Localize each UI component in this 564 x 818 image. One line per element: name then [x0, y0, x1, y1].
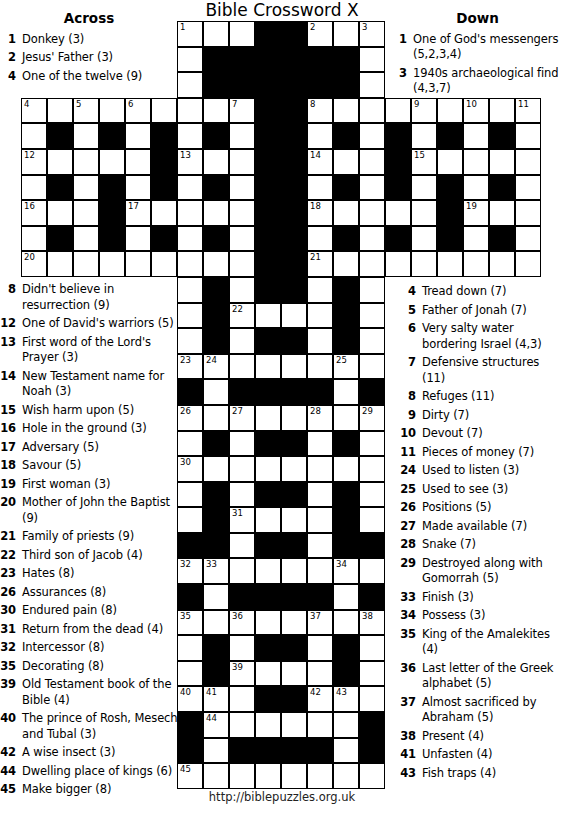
white-cell[interactable] [229, 21, 255, 47]
white-cell[interactable]: 25 [333, 354, 359, 380]
white-cell[interactable] [229, 175, 255, 201]
white-cell[interactable] [359, 328, 385, 354]
white-cell[interactable] [437, 251, 463, 277]
white-cell[interactable] [177, 661, 203, 687]
black-cell [359, 379, 385, 405]
black-cell [333, 175, 359, 201]
clue-text: Used to listen (3) [422, 463, 519, 479]
white-cell[interactable] [307, 456, 333, 482]
black-cell [99, 175, 125, 201]
white-cell[interactable] [177, 175, 203, 201]
white-cell[interactable] [281, 763, 307, 789]
white-cell[interactable] [229, 277, 255, 303]
white-cell[interactable] [489, 251, 515, 277]
white-cell[interactable] [255, 763, 281, 789]
clue-number: 25 [391, 482, 416, 498]
black-cell [489, 175, 515, 201]
white-cell[interactable] [333, 610, 359, 636]
white-cell[interactable] [73, 175, 99, 201]
white-cell[interactable] [229, 251, 255, 277]
white-cell[interactable] [307, 507, 333, 533]
white-cell[interactable] [359, 661, 385, 687]
black-cell [229, 72, 255, 98]
black-cell [333, 123, 359, 149]
down-clues-main: 4Tread down (7)5Father of Jonah (7)6Very… [391, 284, 564, 781]
white-cell[interactable]: 17 [125, 200, 151, 226]
white-cell[interactable] [21, 226, 47, 252]
clue-text: The prince of Rosh, Mesech and Tubal (3) [22, 711, 178, 742]
white-cell[interactable] [359, 507, 385, 533]
white-cell[interactable] [203, 21, 229, 47]
white-cell[interactable] [515, 175, 541, 201]
white-cell[interactable] [151, 200, 177, 226]
cell-number: 32 [180, 559, 191, 569]
white-cell[interactable] [99, 149, 125, 175]
white-cell[interactable]: 42 [307, 686, 333, 712]
black-cell [203, 277, 229, 303]
white-cell[interactable] [73, 251, 99, 277]
clue-text: Refuges (11) [422, 389, 494, 405]
white-cell[interactable]: 6 [125, 98, 151, 124]
white-cell[interactable] [203, 763, 229, 789]
black-cell [151, 175, 177, 201]
white-cell[interactable] [177, 482, 203, 508]
white-cell[interactable] [177, 47, 203, 73]
white-cell[interactable] [177, 328, 203, 354]
white-cell[interactable] [359, 226, 385, 252]
white-cell[interactable] [73, 149, 99, 175]
black-cell [255, 98, 281, 124]
white-cell[interactable]: 19 [463, 200, 489, 226]
white-cell[interactable] [359, 558, 385, 584]
white-cell[interactable] [463, 226, 489, 252]
clue-number: 34 [391, 608, 416, 624]
white-cell[interactable] [229, 712, 255, 738]
black-cell [255, 328, 281, 354]
clue-text: Endured pain (8) [22, 603, 117, 619]
cell-number: 14 [310, 150, 321, 160]
white-cell[interactable] [203, 738, 229, 764]
white-cell[interactable] [21, 123, 47, 149]
white-cell[interactable] [99, 251, 125, 277]
cell-number: 18 [310, 201, 321, 211]
white-cell[interactable] [515, 200, 541, 226]
white-cell[interactable]: 27 [229, 405, 255, 431]
black-cell [333, 47, 359, 73]
white-cell[interactable]: 12 [21, 149, 47, 175]
white-cell[interactable] [281, 558, 307, 584]
black-cell [177, 379, 203, 405]
white-cell[interactable] [229, 686, 255, 712]
white-cell[interactable]: 28 [307, 405, 333, 431]
white-cell[interactable] [229, 354, 255, 380]
white-cell[interactable] [125, 226, 151, 252]
white-cell[interactable] [281, 610, 307, 636]
white-cell[interactable] [203, 149, 229, 175]
white-cell[interactable] [515, 226, 541, 252]
clue-text: Hates (8) [22, 566, 74, 582]
white-cell[interactable] [333, 251, 359, 277]
white-cell[interactable] [307, 354, 333, 380]
black-cell [177, 712, 203, 738]
white-cell[interactable] [333, 712, 359, 738]
white-cell[interactable] [307, 558, 333, 584]
white-cell[interactable]: 11 [515, 98, 541, 124]
white-cell[interactable] [281, 456, 307, 482]
white-cell[interactable]: 9 [411, 98, 437, 124]
black-cell [255, 200, 281, 226]
black-cell [255, 635, 281, 661]
white-cell[interactable] [307, 175, 333, 201]
black-cell [255, 277, 281, 303]
white-cell[interactable]: 1 [177, 21, 203, 47]
white-cell[interactable] [359, 98, 385, 124]
white-cell[interactable] [177, 251, 203, 277]
black-cell [255, 482, 281, 508]
white-cell[interactable] [203, 379, 229, 405]
black-cell [229, 47, 255, 73]
white-cell[interactable]: 36 [229, 610, 255, 636]
source-url: http://biblepuzzles.org.uk [0, 790, 564, 804]
white-cell[interactable] [229, 456, 255, 482]
white-cell[interactable] [359, 47, 385, 73]
white-cell[interactable]: 20 [21, 251, 47, 277]
white-cell[interactable] [203, 251, 229, 277]
white-cell[interactable] [151, 98, 177, 124]
black-cell [281, 47, 307, 73]
cell-number: 34 [336, 559, 347, 569]
white-cell[interactable] [359, 123, 385, 149]
white-cell[interactable] [359, 72, 385, 98]
white-cell[interactable] [255, 303, 281, 329]
clue-item: 11Pieces of money (7) [391, 445, 564, 461]
clue-item: 4Tread down (7) [391, 284, 564, 300]
white-cell[interactable] [359, 251, 385, 277]
white-cell[interactable] [463, 149, 489, 175]
white-cell[interactable] [463, 251, 489, 277]
down-main-list: 4Tread down (7)5Father of Jonah (7)6Very… [391, 284, 564, 781]
clue-number: 30 [0, 603, 16, 619]
white-cell[interactable] [281, 661, 307, 687]
black-cell [281, 584, 307, 610]
white-cell[interactable] [463, 175, 489, 201]
white-cell[interactable] [333, 738, 359, 764]
white-cell[interactable] [333, 763, 359, 789]
white-cell[interactable] [47, 149, 73, 175]
clue-number: 4 [0, 69, 16, 85]
white-cell[interactable] [307, 431, 333, 457]
white-cell[interactable] [177, 277, 203, 303]
white-cell[interactable]: 3 [359, 21, 385, 47]
white-cell[interactable] [229, 763, 255, 789]
white-cell[interactable] [73, 123, 99, 149]
white-cell[interactable] [307, 123, 333, 149]
clue-number: 38 [391, 729, 416, 745]
white-cell[interactable] [359, 686, 385, 712]
black-cell [281, 251, 307, 277]
white-cell[interactable] [125, 149, 151, 175]
white-cell[interactable] [411, 123, 437, 149]
black-cell [385, 226, 411, 252]
white-cell[interactable] [333, 379, 359, 405]
white-cell[interactable] [385, 200, 411, 226]
white-cell[interactable] [177, 226, 203, 252]
white-cell[interactable] [437, 98, 463, 124]
white-cell[interactable]: 15 [411, 149, 437, 175]
white-cell[interactable] [307, 635, 333, 661]
white-cell[interactable] [229, 200, 255, 226]
clue-item: 8Refuges (11) [391, 389, 564, 405]
white-cell[interactable] [255, 456, 281, 482]
white-cell[interactable] [489, 149, 515, 175]
white-cell[interactable] [333, 456, 359, 482]
white-cell[interactable]: 21 [307, 251, 333, 277]
white-cell[interactable]: 23 [177, 354, 203, 380]
cell-number: 31 [232, 508, 243, 518]
white-cell[interactable] [177, 123, 203, 149]
white-cell[interactable]: 39 [229, 661, 255, 687]
clue-text: Tread down (7) [422, 284, 506, 300]
white-cell[interactable] [281, 507, 307, 533]
white-cell[interactable] [177, 98, 203, 124]
white-cell[interactable] [515, 251, 541, 277]
white-cell[interactable] [307, 226, 333, 252]
white-cell[interactable] [255, 661, 281, 687]
white-cell[interactable] [229, 635, 255, 661]
white-cell[interactable]: 34 [333, 558, 359, 584]
white-cell[interactable] [203, 405, 229, 431]
white-cell[interactable] [203, 584, 229, 610]
clue-text: Devout (7) [422, 426, 483, 442]
clue-item: 9Dirty (7) [391, 408, 564, 424]
cell-number: 25 [336, 355, 347, 365]
white-cell[interactable] [125, 175, 151, 201]
white-cell[interactable]: 10 [463, 98, 489, 124]
white-cell[interactable]: 29 [359, 405, 385, 431]
white-cell[interactable] [333, 98, 359, 124]
white-cell[interactable]: 32 [177, 558, 203, 584]
clue-number: 37 [391, 695, 416, 726]
white-cell[interactable] [385, 251, 411, 277]
white-cell[interactable] [359, 200, 385, 226]
cell-number: 8 [310, 99, 315, 109]
white-cell[interactable]: 22 [229, 303, 255, 329]
white-cell[interactable] [125, 123, 151, 149]
white-cell[interactable] [333, 200, 359, 226]
white-cell[interactable] [489, 98, 515, 124]
white-cell[interactable] [47, 200, 73, 226]
clue-item: 35King of the Amalekites (4) [391, 627, 564, 658]
clue-text: Fish traps (4) [422, 766, 496, 782]
cell-number: 1 [180, 22, 185, 32]
white-cell[interactable] [359, 482, 385, 508]
white-cell[interactable] [359, 431, 385, 457]
white-cell[interactable] [359, 149, 385, 175]
white-cell[interactable] [177, 507, 203, 533]
white-cell[interactable] [411, 200, 437, 226]
white-cell[interactable] [151, 251, 177, 277]
black-cell [281, 200, 307, 226]
white-cell[interactable] [281, 354, 307, 380]
white-cell[interactable] [255, 354, 281, 380]
black-cell [203, 533, 229, 559]
clue-number: 23 [0, 566, 16, 582]
white-cell[interactable] [203, 456, 229, 482]
clue-number: 35 [0, 659, 16, 675]
white-cell[interactable]: 13 [177, 149, 203, 175]
white-cell[interactable] [255, 610, 281, 636]
white-cell[interactable] [307, 328, 333, 354]
clue-number: 42 [0, 745, 16, 761]
white-cell[interactable] [177, 303, 203, 329]
white-cell[interactable]: 31 [229, 507, 255, 533]
white-cell[interactable] [359, 303, 385, 329]
black-cell [307, 584, 333, 610]
white-cell[interactable]: 24 [203, 354, 229, 380]
white-cell[interactable] [307, 712, 333, 738]
white-cell[interactable] [229, 226, 255, 252]
white-cell[interactable] [177, 431, 203, 457]
white-cell[interactable]: 8 [307, 98, 333, 124]
white-cell[interactable] [307, 763, 333, 789]
white-cell[interactable] [333, 149, 359, 175]
clue-item: 18Savour (5) [0, 458, 178, 474]
black-cell [333, 661, 359, 687]
white-cell[interactable] [229, 533, 255, 559]
white-cell[interactable] [333, 405, 359, 431]
white-cell[interactable] [385, 98, 411, 124]
black-cell [333, 303, 359, 329]
white-cell[interactable] [359, 456, 385, 482]
white-cell[interactable] [359, 763, 385, 789]
white-cell[interactable] [411, 175, 437, 201]
black-cell [385, 123, 411, 149]
clue-number: 8 [0, 282, 16, 313]
white-cell[interactable]: 45 [177, 763, 203, 789]
white-cell[interactable] [177, 72, 203, 98]
white-cell[interactable] [411, 251, 437, 277]
across-clues-main: 8Didn't believe in resurrection (9)12One… [0, 282, 178, 798]
black-cell [307, 47, 333, 73]
white-cell[interactable] [73, 226, 99, 252]
white-cell[interactable] [229, 558, 255, 584]
white-cell[interactable]: 33 [203, 558, 229, 584]
white-cell[interactable] [281, 712, 307, 738]
clue-item: 19First woman (3) [0, 477, 178, 493]
clue-text: First woman (3) [22, 477, 110, 493]
white-cell[interactable] [203, 98, 229, 124]
white-cell[interactable]: 30 [177, 456, 203, 482]
clue-number: 40 [0, 711, 16, 742]
white-cell[interactable] [229, 149, 255, 175]
white-cell[interactable] [307, 277, 333, 303]
white-cell[interactable]: 26 [177, 405, 203, 431]
white-cell[interactable]: 37 [307, 610, 333, 636]
clue-number: 26 [0, 585, 16, 601]
cell-number: 5 [76, 99, 81, 109]
clue-number: 22 [0, 548, 16, 564]
white-cell[interactable] [255, 558, 281, 584]
white-cell[interactable]: 2 [307, 21, 333, 47]
black-cell [203, 72, 229, 98]
white-cell[interactable] [359, 175, 385, 201]
white-cell[interactable] [359, 277, 385, 303]
white-cell[interactable]: 35 [177, 610, 203, 636]
cell-number: 16 [24, 201, 35, 211]
white-cell[interactable] [21, 175, 47, 201]
white-cell[interactable] [281, 303, 307, 329]
white-cell[interactable] [359, 635, 385, 661]
white-cell[interactable] [437, 149, 463, 175]
white-cell[interactable] [125, 251, 151, 277]
clue-text: New Testament name for Noah (3) [22, 369, 178, 400]
white-cell[interactable]: 14 [307, 149, 333, 175]
black-cell [281, 738, 307, 764]
white-cell[interactable] [99, 98, 125, 124]
black-cell [333, 277, 359, 303]
white-cell[interactable] [255, 712, 281, 738]
cell-number: 40 [180, 687, 191, 697]
white-cell[interactable] [73, 200, 99, 226]
white-cell[interactable] [515, 149, 541, 175]
clue-number: 32 [0, 640, 16, 656]
cell-number: 27 [232, 406, 243, 416]
white-cell[interactable] [411, 226, 437, 252]
white-cell[interactable] [177, 635, 203, 661]
white-cell[interactable] [307, 661, 333, 687]
white-cell[interactable]: 40 [177, 686, 203, 712]
white-cell[interactable]: 41 [203, 686, 229, 712]
clue-text: Dirty (7) [422, 408, 469, 424]
white-cell[interactable] [203, 610, 229, 636]
clue-text: Possess (3) [422, 608, 485, 624]
white-cell[interactable] [307, 482, 333, 508]
white-cell[interactable] [489, 200, 515, 226]
white-cell[interactable] [229, 123, 255, 149]
white-cell[interactable] [255, 405, 281, 431]
white-cell[interactable] [307, 533, 333, 559]
white-cell[interactable] [203, 200, 229, 226]
clue-text: Finish (3) [422, 590, 474, 606]
white-cell[interactable]: 44 [203, 712, 229, 738]
white-cell[interactable] [359, 354, 385, 380]
white-cell[interactable] [515, 123, 541, 149]
white-cell[interactable] [307, 303, 333, 329]
white-cell[interactable]: 38 [359, 610, 385, 636]
white-cell[interactable] [333, 21, 359, 47]
white-cell[interactable] [229, 328, 255, 354]
clue-text: Mother of John the Baptist (9) [22, 495, 178, 526]
black-cell [99, 226, 125, 252]
white-cell[interactable] [281, 405, 307, 431]
white-cell[interactable] [229, 431, 255, 457]
white-cell[interactable] [333, 584, 359, 610]
white-cell[interactable] [229, 482, 255, 508]
white-cell[interactable]: 43 [333, 686, 359, 712]
white-cell[interactable]: 18 [307, 200, 333, 226]
white-cell[interactable] [47, 251, 73, 277]
white-cell[interactable]: 5 [73, 98, 99, 124]
white-cell[interactable] [47, 98, 73, 124]
white-cell[interactable]: 4 [21, 98, 47, 124]
white-cell[interactable]: 7 [229, 98, 255, 124]
white-cell[interactable] [463, 123, 489, 149]
clue-text: Hole in the ground (3) [22, 421, 147, 437]
white-cell[interactable]: 16 [21, 200, 47, 226]
white-cell[interactable] [177, 200, 203, 226]
clue-item: 25Used to see (3) [391, 482, 564, 498]
white-cell[interactable] [255, 507, 281, 533]
